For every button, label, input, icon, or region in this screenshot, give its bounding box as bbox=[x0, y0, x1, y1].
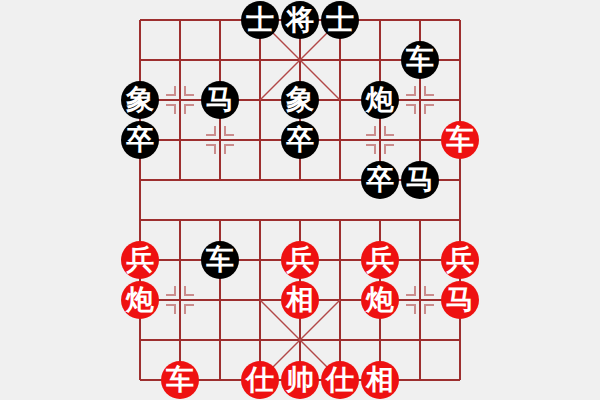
piece-black-pawn[interactable]: 卒 bbox=[281, 121, 319, 159]
piece-red-horse[interactable]: 马 bbox=[441, 281, 479, 319]
piece-red-elephant[interactable]: 相 bbox=[281, 281, 319, 319]
piece-red-advisor[interactable]: 仕 bbox=[321, 361, 359, 399]
piece-black-horse[interactable]: 马 bbox=[401, 161, 439, 199]
piece-black-rook[interactable]: 车 bbox=[201, 241, 239, 279]
piece-black-pawn[interactable]: 卒 bbox=[361, 161, 399, 199]
piece-red-rook[interactable]: 车 bbox=[161, 361, 199, 399]
piece-black-advisor[interactable]: 士 bbox=[321, 1, 359, 39]
piece-red-pawn[interactable]: 兵 bbox=[361, 241, 399, 279]
piece-red-cannon[interactable]: 炮 bbox=[361, 281, 399, 319]
piece-black-horse[interactable]: 马 bbox=[201, 81, 239, 119]
piece-black-pawn[interactable]: 卒 bbox=[121, 121, 159, 159]
piece-red-advisor[interactable]: 仕 bbox=[241, 361, 279, 399]
piece-black-advisor[interactable]: 士 bbox=[241, 1, 279, 39]
piece-black-cannon[interactable]: 炮 bbox=[361, 81, 399, 119]
piece-black-elephant[interactable]: 象 bbox=[281, 81, 319, 119]
xiangqi-page: 士将士车象马象炮卒卒卒马车车兵兵兵兵炮相炮马车仕帅仕相 bbox=[0, 0, 600, 400]
piece-black-king[interactable]: 将 bbox=[281, 1, 319, 39]
piece-red-rook[interactable]: 车 bbox=[441, 121, 479, 159]
piece-black-rook[interactable]: 车 bbox=[401, 41, 439, 79]
piece-black-elephant[interactable]: 象 bbox=[121, 81, 159, 119]
piece-red-pawn[interactable]: 兵 bbox=[281, 241, 319, 279]
piece-red-pawn[interactable]: 兵 bbox=[121, 241, 159, 279]
piece-red-elephant[interactable]: 相 bbox=[361, 361, 399, 399]
piece-red-pawn[interactable]: 兵 bbox=[441, 241, 479, 279]
piece-red-king[interactable]: 帅 bbox=[281, 361, 319, 399]
piece-red-cannon[interactable]: 炮 bbox=[121, 281, 159, 319]
xiangqi-board: 士将士车象马象炮卒卒卒马车车兵兵兵兵炮相炮马车仕帅仕相 bbox=[120, 0, 480, 400]
